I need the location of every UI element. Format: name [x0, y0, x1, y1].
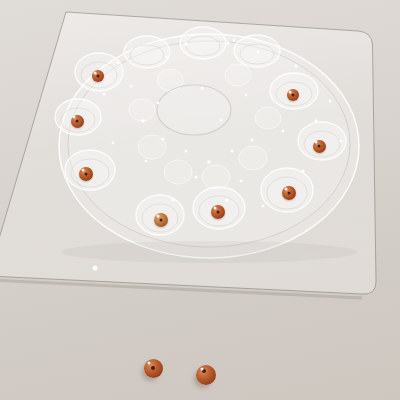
tray-base-shadow — [61, 241, 357, 263]
sparkle-highlight — [157, 102, 160, 105]
sparkle-highlight — [225, 198, 229, 202]
sparkle-highlight — [250, 138, 253, 141]
sparkle-highlight — [194, 175, 197, 178]
sparkle-highlight — [301, 169, 304, 172]
bead-in-well-8[interactable] — [287, 89, 299, 101]
center-well[interactable] — [157, 85, 231, 135]
sparkle-highlight — [240, 180, 243, 183]
bead-glint — [94, 71, 97, 74]
scene-svg — [0, 0, 400, 400]
bead-off-tray-1[interactable] — [144, 359, 163, 378]
bead-in-well-5[interactable] — [211, 205, 225, 219]
inner-well-6[interactable] — [225, 64, 251, 86]
bead-off-tray-2[interactable] — [196, 365, 216, 385]
outer-well-O9[interactable] — [124, 36, 170, 68]
sparkle-highlight — [231, 150, 234, 153]
sparkle-highlight — [185, 150, 188, 153]
sparkle-highlight — [282, 130, 285, 133]
sparkle-highlight — [165, 55, 168, 58]
inner-well-2[interactable] — [164, 160, 192, 184]
sparkle-highlight — [92, 265, 97, 270]
bead-glint — [289, 90, 292, 93]
sparkle-highlight — [141, 119, 145, 123]
sparkle-highlight — [339, 139, 342, 142]
bead-glint — [315, 141, 318, 144]
sparkle-highlight — [201, 87, 204, 90]
sparkle-highlight — [262, 205, 265, 208]
sparkle-highlight — [233, 39, 236, 42]
bead-glint — [73, 116, 76, 119]
bead-glint — [200, 368, 203, 371]
sparkle-highlight — [112, 142, 115, 145]
sparkle-highlight — [117, 62, 120, 65]
sparkle-highlight — [184, 42, 188, 46]
sparkle-highlight — [314, 119, 318, 123]
sparkle-highlight — [145, 160, 148, 163]
sparkle-highlight — [329, 100, 332, 103]
sparkle-highlight — [256, 50, 259, 53]
sparkle-highlight — [226, 41, 230, 45]
bead-hole — [85, 173, 88, 176]
sparkle-highlight — [294, 64, 298, 68]
bead-in-well-6[interactable] — [282, 186, 296, 200]
bead-glint — [284, 188, 287, 191]
bead-hole — [97, 75, 100, 78]
bead-in-well-1[interactable] — [92, 70, 104, 82]
sparkle-highlight — [220, 119, 223, 122]
inner-well-3[interactable] — [202, 165, 230, 189]
bead-glint — [156, 215, 159, 218]
sparkle-highlight — [245, 94, 248, 97]
bead-in-well-7[interactable] — [313, 140, 326, 153]
bead-hole — [217, 211, 220, 214]
sparkle-highlight — [102, 92, 105, 95]
bead-hole — [292, 94, 295, 97]
bead-hole — [76, 120, 79, 123]
bead-in-well-4[interactable] — [154, 213, 168, 227]
bead-glint — [147, 361, 150, 364]
bead-glint — [213, 207, 216, 210]
bead-hole — [160, 219, 163, 222]
sparkle-highlight — [130, 85, 133, 88]
bead-hole — [288, 192, 291, 195]
sparkle-highlight — [207, 160, 211, 164]
bead-in-well-3[interactable] — [79, 167, 93, 181]
bead-in-well-2[interactable] — [71, 115, 84, 128]
inner-well-8[interactable] — [129, 99, 155, 121]
bead-glint — [81, 169, 84, 172]
photo — [0, 0, 400, 400]
inner-well-5[interactable] — [255, 107, 281, 129]
sparkle-highlight — [161, 137, 164, 140]
inner-well-4[interactable] — [239, 146, 267, 170]
bead-hole — [318, 145, 321, 148]
sparkle-highlight — [171, 198, 174, 201]
bead-hole — [151, 366, 155, 370]
